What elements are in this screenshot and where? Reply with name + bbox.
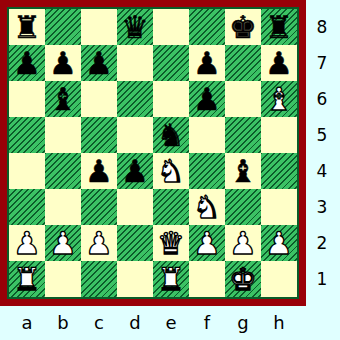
square-e5[interactable]: ♞ bbox=[153, 117, 189, 153]
rank-label-1: 1 bbox=[306, 261, 338, 297]
square-a1[interactable]: ♜ bbox=[9, 261, 45, 297]
square-b8[interactable] bbox=[45, 9, 81, 45]
square-a3[interactable] bbox=[9, 189, 45, 225]
rank-label-6: 6 bbox=[306, 81, 338, 117]
square-a6[interactable] bbox=[9, 81, 45, 117]
black-pawn[interactable]: ♟ bbox=[265, 45, 293, 81]
black-queen[interactable]: ♛ bbox=[121, 9, 149, 45]
square-h7[interactable]: ♟ bbox=[261, 45, 297, 81]
rank-label-5: 5 bbox=[306, 117, 338, 153]
square-h2[interactable]: ♟ bbox=[261, 225, 297, 261]
black-pawn[interactable]: ♟ bbox=[85, 153, 113, 189]
square-e7[interactable] bbox=[153, 45, 189, 81]
black-rook[interactable]: ♜ bbox=[13, 9, 41, 45]
white-pawn[interactable]: ♟ bbox=[13, 225, 41, 261]
square-h4[interactable] bbox=[261, 153, 297, 189]
white-bishop[interactable]: ♝ bbox=[265, 81, 293, 117]
file-label-a: a bbox=[9, 306, 45, 338]
white-rook[interactable]: ♜ bbox=[157, 261, 185, 297]
white-pawn[interactable]: ♟ bbox=[229, 225, 257, 261]
square-f8[interactable] bbox=[189, 9, 225, 45]
file-label-e: e bbox=[153, 306, 189, 338]
rank-label-7: 7 bbox=[306, 45, 338, 81]
square-h5[interactable] bbox=[261, 117, 297, 153]
black-knight[interactable]: ♞ bbox=[157, 117, 185, 153]
square-a2[interactable]: ♟ bbox=[9, 225, 45, 261]
rank-label-4: 4 bbox=[306, 153, 338, 189]
square-f6[interactable]: ♟ bbox=[189, 81, 225, 117]
file-label-h: h bbox=[261, 306, 297, 338]
white-pawn[interactable]: ♟ bbox=[49, 225, 77, 261]
white-queen[interactable]: ♛ bbox=[157, 225, 185, 261]
square-h1[interactable] bbox=[261, 261, 297, 297]
white-knight[interactable]: ♞ bbox=[157, 153, 185, 189]
square-f4[interactable] bbox=[189, 153, 225, 189]
square-c3[interactable] bbox=[81, 189, 117, 225]
square-h3[interactable] bbox=[261, 189, 297, 225]
square-g2[interactable]: ♟ bbox=[225, 225, 261, 261]
file-label-d: d bbox=[117, 306, 153, 338]
square-c2[interactable]: ♟ bbox=[81, 225, 117, 261]
square-d4[interactable]: ♟ bbox=[117, 153, 153, 189]
square-g4[interactable]: ♝ bbox=[225, 153, 261, 189]
square-b2[interactable]: ♟ bbox=[45, 225, 81, 261]
black-pawn[interactable]: ♟ bbox=[193, 81, 221, 117]
square-d7[interactable] bbox=[117, 45, 153, 81]
square-c5[interactable] bbox=[81, 117, 117, 153]
square-d2[interactable] bbox=[117, 225, 153, 261]
black-pawn[interactable]: ♟ bbox=[13, 45, 41, 81]
square-c1[interactable] bbox=[81, 261, 117, 297]
black-king[interactable]: ♚ bbox=[229, 9, 257, 45]
square-d3[interactable] bbox=[117, 189, 153, 225]
black-bishop[interactable]: ♝ bbox=[49, 81, 77, 117]
square-b4[interactable] bbox=[45, 153, 81, 189]
chess-diagram: ♜♛♚♜♟♟♟♟♟♝♟♝♞♟♟♞♝♞♟♟♟♛♟♟♟♜♜♚ abcdefgh 87… bbox=[0, 0, 340, 340]
square-e3[interactable] bbox=[153, 189, 189, 225]
square-d1[interactable] bbox=[117, 261, 153, 297]
square-e2[interactable]: ♛ bbox=[153, 225, 189, 261]
square-f1[interactable] bbox=[189, 261, 225, 297]
rank-label-3: 3 bbox=[306, 189, 338, 225]
square-a5[interactable] bbox=[9, 117, 45, 153]
square-e4[interactable]: ♞ bbox=[153, 153, 189, 189]
square-a8[interactable]: ♜ bbox=[9, 9, 45, 45]
black-pawn[interactable]: ♟ bbox=[121, 153, 149, 189]
square-b3[interactable] bbox=[45, 189, 81, 225]
square-f7[interactable]: ♟ bbox=[189, 45, 225, 81]
square-c4[interactable]: ♟ bbox=[81, 153, 117, 189]
black-pawn[interactable]: ♟ bbox=[85, 45, 113, 81]
square-a7[interactable]: ♟ bbox=[9, 45, 45, 81]
chess-board-frame: ♜♛♚♜♟♟♟♟♟♝♟♝♞♟♟♞♝♞♟♟♟♛♟♟♟♜♜♚ bbox=[0, 0, 306, 306]
square-f2[interactable]: ♟ bbox=[189, 225, 225, 261]
square-b5[interactable] bbox=[45, 117, 81, 153]
black-rook[interactable]: ♜ bbox=[265, 9, 293, 45]
white-pawn[interactable]: ♟ bbox=[85, 225, 113, 261]
square-a4[interactable] bbox=[9, 153, 45, 189]
square-c7[interactable]: ♟ bbox=[81, 45, 117, 81]
square-f5[interactable] bbox=[189, 117, 225, 153]
square-d8[interactable]: ♛ bbox=[117, 9, 153, 45]
file-label-b: b bbox=[45, 306, 81, 338]
white-pawn[interactable]: ♟ bbox=[265, 225, 293, 261]
square-d5[interactable] bbox=[117, 117, 153, 153]
square-b1[interactable] bbox=[45, 261, 81, 297]
square-f3[interactable]: ♞ bbox=[189, 189, 225, 225]
square-e8[interactable] bbox=[153, 9, 189, 45]
square-c6[interactable] bbox=[81, 81, 117, 117]
square-g1[interactable]: ♚ bbox=[225, 261, 261, 297]
white-king[interactable]: ♚ bbox=[229, 261, 257, 297]
square-d6[interactable] bbox=[117, 81, 153, 117]
file-labels: abcdefgh bbox=[9, 306, 297, 338]
rank-label-2: 2 bbox=[306, 225, 338, 261]
square-e6[interactable] bbox=[153, 81, 189, 117]
square-g8[interactable]: ♚ bbox=[225, 9, 261, 45]
square-h8[interactable]: ♜ bbox=[261, 9, 297, 45]
file-label-g: g bbox=[225, 306, 261, 338]
square-e1[interactable]: ♜ bbox=[153, 261, 189, 297]
square-g6[interactable] bbox=[225, 81, 261, 117]
square-g7[interactable] bbox=[225, 45, 261, 81]
white-rook[interactable]: ♜ bbox=[13, 261, 41, 297]
file-label-f: f bbox=[189, 306, 225, 338]
chess-board[interactable]: ♜♛♚♜♟♟♟♟♟♝♟♝♞♟♟♞♝♞♟♟♟♛♟♟♟♜♜♚ bbox=[7, 7, 299, 299]
file-label-c: c bbox=[81, 306, 117, 338]
square-b7[interactable]: ♟ bbox=[45, 45, 81, 81]
square-c8[interactable] bbox=[81, 9, 117, 45]
rank-labels: 87654321 bbox=[306, 9, 338, 297]
rank-label-8: 8 bbox=[306, 9, 338, 45]
black-pawn[interactable]: ♟ bbox=[49, 45, 77, 81]
black-pawn[interactable]: ♟ bbox=[193, 45, 221, 81]
square-g5[interactable] bbox=[225, 117, 261, 153]
white-pawn[interactable]: ♟ bbox=[193, 225, 221, 261]
black-bishop[interactable]: ♝ bbox=[229, 153, 257, 189]
square-b6[interactable]: ♝ bbox=[45, 81, 81, 117]
square-g3[interactable] bbox=[225, 189, 261, 225]
white-knight[interactable]: ♞ bbox=[193, 189, 221, 225]
square-h6[interactable]: ♝ bbox=[261, 81, 297, 117]
